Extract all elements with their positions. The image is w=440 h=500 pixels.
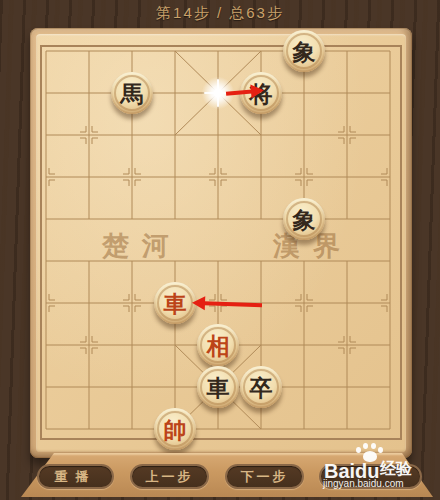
piece-glyph: 卒 xyxy=(250,376,273,399)
arrow-shaft xyxy=(226,89,252,95)
obscured-button[interactable] xyxy=(319,464,422,489)
piece-black-elephant-1[interactable]: 象 xyxy=(283,30,325,72)
piece-glyph: 相 xyxy=(207,334,230,357)
piece-red-chariot[interactable]: 車 xyxy=(154,282,196,324)
river-label-left: 楚河 xyxy=(102,228,182,264)
arrow-shaft xyxy=(204,301,262,307)
app-root: { "header": { "title": "第14步 / 总63步" }, … xyxy=(0,0,440,500)
step-counter: 第14步 / 总63步 xyxy=(0,4,440,23)
piece-glyph: 車 xyxy=(164,292,187,315)
piece-black-chariot[interactable]: 車 xyxy=(197,366,239,408)
piece-black-soldier[interactable]: 卒 xyxy=(240,366,282,408)
piece-red-general[interactable]: 帥 xyxy=(154,408,196,450)
piece-glyph: 帥 xyxy=(164,418,187,441)
prev-step-button[interactable]: 上一步 xyxy=(130,464,209,489)
piece-glyph: 馬 xyxy=(121,82,144,105)
piece-glyph: 象 xyxy=(293,40,316,63)
arrow-head-icon xyxy=(192,296,205,310)
piece-red-elephant[interactable]: 相 xyxy=(197,324,239,366)
annotation-arrow-chariot xyxy=(192,296,262,312)
xiangqi-board: 楚河 漢界 象馬将象車相車卒帥 xyxy=(30,28,412,458)
piece-black-elephant-2[interactable]: 象 xyxy=(283,198,325,240)
next-step-button[interactable]: 下一步 xyxy=(225,464,304,489)
piece-glyph: 車 xyxy=(207,376,230,399)
playback-controls: 重播 上一步 下一步 xyxy=(0,464,440,489)
arrow-head-icon xyxy=(250,83,264,98)
piece-black-horse[interactable]: 馬 xyxy=(111,72,153,114)
piece-glyph: 象 xyxy=(293,208,316,231)
replay-button[interactable]: 重播 xyxy=(37,464,114,489)
